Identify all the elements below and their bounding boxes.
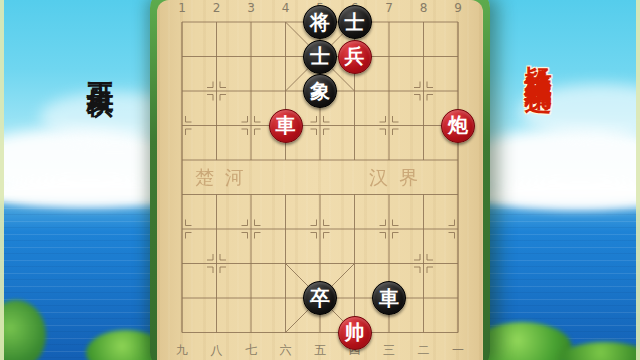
screenshot-stage: 正哥象棋 疑难绝妙残局精选 123456789 九八七六五四三二一 楚河 汉界 … xyxy=(0,0,640,360)
channel-name-vertical-text: 正哥象棋 xyxy=(82,60,118,72)
piece-black-general[interactable]: 将 xyxy=(303,5,337,39)
piece-black-soldier[interactable]: 卒 xyxy=(303,281,337,315)
piece-black-chariot[interactable]: 車 xyxy=(372,281,406,315)
piece-red-cannon[interactable]: 炮 xyxy=(441,109,475,143)
frame-edge-left xyxy=(0,0,4,360)
xiangqi-board: 123456789 九八七六五四三二一 楚河 汉界 将士士兵象車炮卒車帅 xyxy=(157,0,483,360)
piece-red-soldier[interactable]: 兵 xyxy=(338,40,372,74)
piece-black-advisor[interactable]: 士 xyxy=(303,40,337,74)
piece-black-elephant[interactable]: 象 xyxy=(303,74,337,108)
pieces-grid: 将士士兵象車炮卒車帅 xyxy=(165,5,476,350)
series-title-vertical-text: 疑难绝妙残局精选 xyxy=(520,44,556,68)
frame-edge-right xyxy=(636,0,640,360)
piece-black-advisor[interactable]: 士 xyxy=(338,5,372,39)
piece-red-chariot[interactable]: 車 xyxy=(269,109,303,143)
piece-red-general[interactable]: 帅 xyxy=(338,316,372,350)
